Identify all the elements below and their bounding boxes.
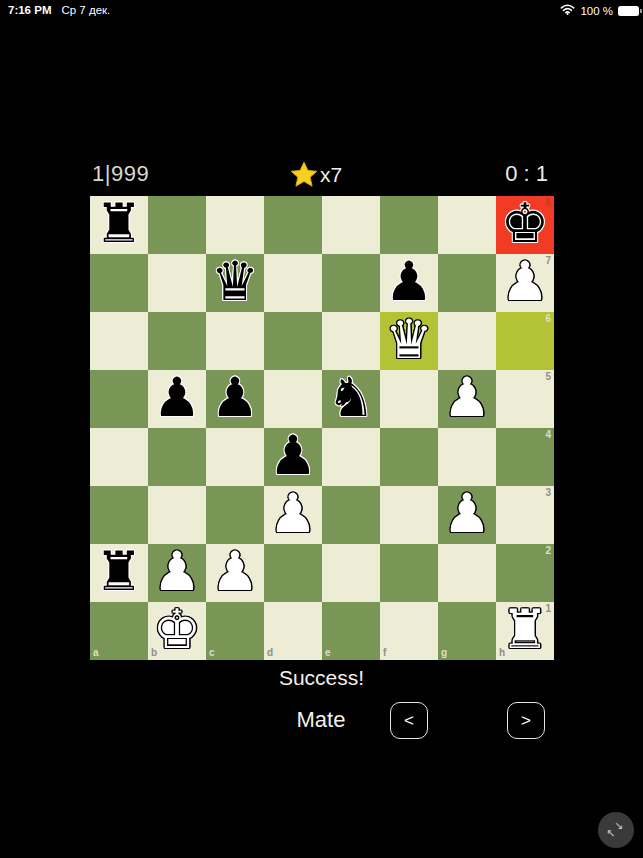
black-pawn-icon: ♟ [211, 371, 259, 425]
square-g3[interactable]: ♟ [438, 486, 496, 544]
square-a3[interactable] [90, 486, 148, 544]
square-d7[interactable] [264, 254, 322, 312]
square-d4[interactable]: ♟ [264, 428, 322, 486]
black-pawn-icon: ♟ [385, 255, 433, 309]
black-pawn-icon: ♟ [153, 371, 201, 425]
rank-label-8: 8 [545, 198, 551, 208]
square-g6[interactable] [438, 312, 496, 370]
file-label-h: h [499, 648, 505, 658]
square-f8[interactable] [380, 196, 438, 254]
star-multiplier: x7 [320, 163, 342, 187]
status-message: Success! [0, 666, 643, 690]
file-label-c: c [209, 648, 215, 658]
star-icon [289, 160, 319, 190]
square-b8[interactable] [148, 196, 206, 254]
square-h5[interactable]: 5 [496, 370, 554, 428]
white-pawn-icon: ♟ [153, 545, 201, 599]
square-c3[interactable] [206, 486, 264, 544]
square-f5[interactable] [380, 370, 438, 428]
battery-icon [618, 6, 639, 16]
square-d6[interactable] [264, 312, 322, 370]
square-g4[interactable] [438, 428, 496, 486]
next-puzzle-button[interactable]: > [507, 702, 545, 739]
clock-time: 7:16 PM [8, 4, 51, 16]
rank-label-4: 4 [545, 430, 551, 440]
square-a4[interactable] [90, 428, 148, 486]
square-e2[interactable] [322, 544, 380, 602]
rank-label-3: 3 [545, 488, 551, 498]
white-pawn-icon: ♟ [501, 255, 549, 309]
file-label-f: f [383, 648, 386, 658]
white-queen-icon: ♛ [385, 313, 433, 367]
white-rook-icon: ♜ [501, 603, 549, 657]
app-screen: 7:16 PM Ср 7 дек. 100 % 1|999 x7 0 : 1 ♜… [0, 0, 643, 858]
square-a7[interactable] [90, 254, 148, 312]
square-h1[interactable]: ♜h1 [496, 602, 554, 660]
square-h3[interactable]: 3 [496, 486, 554, 544]
rank-label-2: 2 [545, 546, 551, 556]
square-e1[interactable]: e [322, 602, 380, 660]
white-king-icon: ♚ [153, 603, 201, 657]
square-c8[interactable] [206, 196, 264, 254]
square-d5[interactable] [264, 370, 322, 428]
square-a5[interactable] [90, 370, 148, 428]
square-c4[interactable] [206, 428, 264, 486]
collapse-window-button[interactable]: ↘ ↖ [598, 812, 634, 848]
square-f3[interactable] [380, 486, 438, 544]
square-b4[interactable] [148, 428, 206, 486]
square-c6[interactable] [206, 312, 264, 370]
square-b3[interactable] [148, 486, 206, 544]
previous-puzzle-button[interactable]: < [390, 702, 428, 739]
file-label-e: e [325, 648, 331, 658]
file-label-d: d [267, 648, 273, 658]
square-b1[interactable]: ♚b [148, 602, 206, 660]
wifi-icon [560, 4, 575, 17]
square-h7[interactable]: ♟7 [496, 254, 554, 312]
black-queen-icon: ♛ [211, 255, 259, 309]
square-b2[interactable]: ♟ [148, 544, 206, 602]
square-e4[interactable] [322, 428, 380, 486]
goal-label: Mate [261, 707, 381, 733]
black-rook-icon: ♜ [95, 197, 143, 251]
square-h8[interactable]: ♚8 [496, 196, 554, 254]
square-b5[interactable]: ♟ [148, 370, 206, 428]
white-pawn-icon: ♟ [443, 371, 491, 425]
square-c5[interactable]: ♟ [206, 370, 264, 428]
square-d8[interactable] [264, 196, 322, 254]
square-f7[interactable]: ♟ [380, 254, 438, 312]
status-bar: 7:16 PM Ср 7 дек. 100 % [0, 0, 643, 22]
square-e8[interactable] [322, 196, 380, 254]
square-a8[interactable]: ♜ [90, 196, 148, 254]
square-f2[interactable] [380, 544, 438, 602]
square-e5[interactable]: ♞ [322, 370, 380, 428]
white-pawn-icon: ♟ [443, 487, 491, 541]
black-king-icon: ♚ [501, 197, 549, 251]
square-d3[interactable]: ♟ [264, 486, 322, 544]
square-e7[interactable] [322, 254, 380, 312]
battery-percent: 100 % [580, 5, 613, 17]
square-g1[interactable]: g [438, 602, 496, 660]
black-rook-icon: ♜ [95, 545, 143, 599]
square-a6[interactable] [90, 312, 148, 370]
square-g5[interactable]: ♟ [438, 370, 496, 428]
rank-label-1: 1 [545, 604, 551, 614]
file-label-a: a [93, 648, 99, 658]
square-e3[interactable] [322, 486, 380, 544]
rank-label-7: 7 [545, 256, 551, 266]
score: 0 : 1 [505, 161, 548, 187]
black-pawn-icon: ♟ [269, 429, 317, 483]
square-b7[interactable] [148, 254, 206, 312]
file-label-g: g [441, 648, 447, 658]
black-knight-icon: ♞ [327, 371, 375, 425]
square-h6[interactable]: 6 [496, 312, 554, 370]
chess-board[interactable]: ♜♚8♛♟♟7♛6♟♟♞♟5♟4♟♟3♜♟♟2a♚bcdefg♜h1 [90, 196, 554, 660]
square-d2[interactable] [264, 544, 322, 602]
square-f4[interactable] [380, 428, 438, 486]
square-g7[interactable] [438, 254, 496, 312]
square-c2[interactable]: ♟ [206, 544, 264, 602]
square-c1[interactable]: c [206, 602, 264, 660]
square-b6[interactable] [148, 312, 206, 370]
rank-label-5: 5 [545, 372, 551, 382]
square-a2[interactable]: ♜ [90, 544, 148, 602]
square-f6[interactable]: ♛ [380, 312, 438, 370]
square-a1[interactable]: a [90, 602, 148, 660]
square-c7[interactable]: ♛ [206, 254, 264, 312]
square-f1[interactable]: f [380, 602, 438, 660]
square-g8[interactable] [438, 196, 496, 254]
file-label-b: b [151, 648, 157, 658]
square-g2[interactable] [438, 544, 496, 602]
white-pawn-icon: ♟ [211, 545, 259, 599]
status-date: Ср 7 дек. [61, 4, 110, 16]
collapse-arrows-icon: ↘ [614, 820, 623, 831]
square-h4[interactable]: 4 [496, 428, 554, 486]
square-h2[interactable]: 2 [496, 544, 554, 602]
square-e6[interactable] [322, 312, 380, 370]
puzzle-counter: 1|999 [92, 161, 149, 187]
rank-label-6: 6 [545, 314, 551, 324]
square-d1[interactable]: d [264, 602, 322, 660]
star-multiplier-group: x7 [289, 160, 342, 190]
white-pawn-icon: ♟ [269, 487, 317, 541]
